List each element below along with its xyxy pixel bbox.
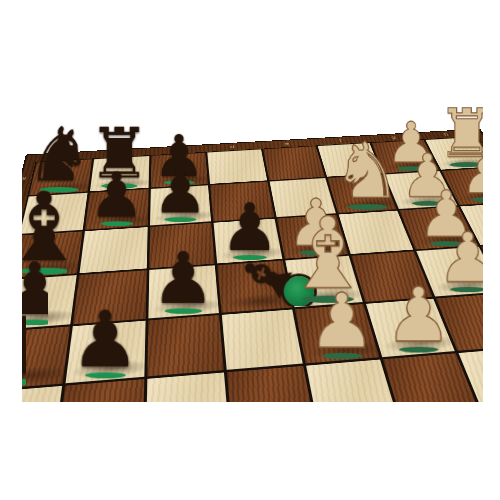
square-d5: ♝ bbox=[217, 261, 291, 313]
pawn-glyph: ♟ bbox=[153, 161, 208, 222]
chess-board: ♞♜♟♟♜♟♟♞♟♟♝♟♟♟♟♟♝♝♟♟♟♟♟ bbox=[22, 136, 483, 402]
pawn-glyph: ♟ bbox=[70, 300, 140, 378]
piece-white-pawn-f4: ♟ bbox=[384, 277, 451, 352]
square-e8 bbox=[263, 146, 325, 180]
square-c5: ♟ bbox=[148, 265, 219, 318]
square-d8 bbox=[207, 149, 266, 184]
piece-black-pawn-b4: ♟ bbox=[70, 300, 140, 378]
pawn-glyph: ♟ bbox=[384, 277, 451, 352]
photo-crop: abcdefgh 87654321 ♞♜♟♟♜♟♟♞♟♟♝♟♟♟♟♟♝♝♟♟♟♟… bbox=[22, 0, 483, 402]
square-b7: ♟ bbox=[85, 189, 148, 229]
product-photo: { "game": "chess", "scene_description": … bbox=[0, 0, 500, 500]
square-d4 bbox=[222, 309, 302, 370]
square-a3 bbox=[22, 386, 63, 402]
piece-black-pawn-c7: ♟ bbox=[153, 161, 208, 222]
piece-black-pawn-c5: ♟ bbox=[152, 243, 216, 314]
square-b6 bbox=[80, 227, 148, 273]
board-scene: abcdefgh 87654321 ♞♜♟♟♜♟♟♞♟♟♝♟♟♟♟♟♝♝♟♟♟♟… bbox=[22, 142, 483, 402]
board-frame: abcdefgh 87654321 ♞♜♟♟♜♟♟♞♟♟♝♟♟♟♟♟♝♝♟♟♟♟… bbox=[22, 129, 483, 402]
square-c3 bbox=[146, 372, 230, 402]
pawn-glyph: ♟ bbox=[152, 243, 216, 314]
square-e4: ♟ bbox=[294, 304, 379, 364]
pawn-glyph: ♟ bbox=[308, 283, 376, 359]
square-c4 bbox=[147, 315, 224, 377]
board-tilt: abcdefgh 87654321 ♞♜♟♟♜♟♟♞♟♟♝♟♟♟♟♟♝♝♟♟♟♟… bbox=[22, 129, 483, 402]
piece-black-pawn-a4: ♟ bbox=[22, 306, 59, 384]
square-c7: ♟ bbox=[150, 185, 211, 225]
piece-black-pawn-b7: ♟ bbox=[89, 164, 144, 226]
square-d3 bbox=[227, 366, 315, 402]
square-f4: ♟ bbox=[366, 298, 455, 357]
pawn-glyph: ♟ bbox=[22, 306, 59, 384]
piece-white-pawn-e4: ♟ bbox=[308, 283, 376, 359]
square-a4: ♟ bbox=[22, 326, 70, 390]
pawn-glyph: ♟ bbox=[89, 164, 144, 226]
square-b4: ♟ bbox=[66, 320, 145, 383]
